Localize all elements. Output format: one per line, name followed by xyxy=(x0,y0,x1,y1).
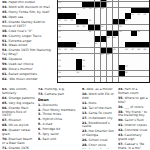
grid-cell[interactable] xyxy=(101,59,107,64)
cell-number: 37 xyxy=(58,36,61,38)
grid-cell-black xyxy=(119,71,125,76)
grid-cell[interactable] xyxy=(88,42,94,47)
grid-cell[interactable] xyxy=(125,59,131,64)
clue-item: 69. Quaker cereal grain xyxy=(2,129,36,137)
grid-cell[interactable] xyxy=(143,25,149,30)
grid-cell[interactable]: 38 xyxy=(107,36,113,41)
grid-cell[interactable] xyxy=(137,2,143,7)
grid-cell-black xyxy=(70,42,76,47)
grid-cell-black xyxy=(58,42,64,47)
grid-cell[interactable]: 43 xyxy=(64,48,70,53)
grid-cell[interactable] xyxy=(82,13,88,18)
grid-cell[interactable] xyxy=(107,42,113,47)
grid-cell[interactable] xyxy=(119,77,125,82)
grid-cell[interactable] xyxy=(113,13,119,18)
grid-cell[interactable] xyxy=(82,71,88,76)
grid-cell[interactable] xyxy=(143,31,149,36)
grid-cell[interactable] xyxy=(101,19,107,24)
grid-cell[interactable] xyxy=(64,36,70,41)
cell-number: 18 xyxy=(101,7,104,9)
grid-cell[interactable] xyxy=(70,77,76,82)
grid-cell[interactable] xyxy=(101,42,107,47)
grid-cell[interactable] xyxy=(88,59,94,64)
grid-cell[interactable] xyxy=(119,54,125,59)
grid-cell[interactable]: 31 xyxy=(101,25,107,30)
grid-cell[interactable]: 33 xyxy=(58,31,64,36)
grid-cell[interactable] xyxy=(113,42,119,47)
cell-number: 58 xyxy=(58,71,61,73)
grid-cell[interactable] xyxy=(131,54,137,59)
grid-cell[interactable] xyxy=(131,71,137,76)
clue-column-bottom-1: 63. '90s sitcom, familiarly64. Strange p… xyxy=(2,88,36,149)
grid-cell[interactable]: 30 xyxy=(82,25,88,30)
grid-cell[interactable]: 27 xyxy=(125,19,131,24)
grid-cell[interactable]: 50 xyxy=(58,54,64,59)
grid-cell[interactable] xyxy=(143,19,149,24)
cell-number: 27 xyxy=(125,19,128,21)
cell-number: 28 xyxy=(58,25,61,27)
grid-cell[interactable]: 58 xyxy=(58,71,64,76)
grid-cell[interactable] xyxy=(82,77,88,82)
grid-cell-black xyxy=(113,19,119,24)
grid-cell[interactable] xyxy=(95,71,101,76)
grid-cell-black xyxy=(64,42,70,47)
cell-number: 31 xyxy=(101,25,104,27)
grid-cell-black xyxy=(131,8,137,13)
cell-number: 43 xyxy=(64,48,67,50)
grid-cell[interactable] xyxy=(125,2,131,7)
cell-number: 22 xyxy=(144,13,147,15)
cell-number: 56 xyxy=(83,65,86,67)
cell-number: 34 xyxy=(89,30,92,32)
grid-cell-black xyxy=(58,13,64,18)
grid-cell[interactable]: 15 xyxy=(82,8,88,13)
grid-cell[interactable] xyxy=(113,25,119,30)
grid-cell[interactable]: 54 xyxy=(82,59,88,64)
clue-column-bottom-4: 34. Part of a Roman count35. Where to ge… xyxy=(118,88,149,149)
cell-number: 54 xyxy=(83,59,86,61)
clue-item: 8. Rain unit xyxy=(38,138,79,142)
grid-cell-black xyxy=(82,2,88,7)
grid-cell[interactable] xyxy=(113,71,119,76)
grid-cell[interactable] xyxy=(70,65,76,70)
grid-cell[interactable] xyxy=(95,19,101,24)
grid-cell[interactable] xyxy=(143,36,149,41)
grid-cell[interactable] xyxy=(82,42,88,47)
cell-number: 39 xyxy=(113,36,116,38)
grid-cell[interactable]: 19 xyxy=(76,13,82,18)
grid-cell-black xyxy=(143,8,149,13)
grid-cell-black xyxy=(137,8,143,13)
grid-cell[interactable] xyxy=(88,77,94,82)
clue-item: 62. '90s music wonder xyxy=(2,78,54,82)
grid-cell[interactable] xyxy=(125,36,131,41)
grid-cell-black xyxy=(101,2,107,7)
grid-cell[interactable] xyxy=(131,59,137,64)
grid-cell-black xyxy=(119,19,125,24)
cell-number: 17 xyxy=(95,7,98,9)
grid-cell[interactable] xyxy=(101,71,107,76)
clue-item: 38. "My friend," to the traveling boy xyxy=(118,111,149,119)
grid-cell-black xyxy=(76,59,82,64)
clue-column-bottom-3: 9. Able, as a mover10. Word with Elk or … xyxy=(82,88,115,149)
grid-cell[interactable]: 22 xyxy=(143,13,149,18)
cell-number: 32 xyxy=(119,25,122,27)
cell-number: 25 xyxy=(70,19,73,21)
grid-cell[interactable] xyxy=(64,59,70,64)
grid-cell[interactable]: 21 xyxy=(137,13,143,18)
clue-item: 35. Where to get a bite? xyxy=(118,97,149,105)
clue-item: 71. Grande 1976 picture based on a novel… xyxy=(2,147,36,149)
grid-cell[interactable]: 60 xyxy=(125,71,131,76)
down-clues-start: 1. Discounts2. Four Monty members3. Thro… xyxy=(38,104,79,143)
grid-cell-black xyxy=(125,42,131,47)
grid-cell[interactable]: 46 xyxy=(125,48,131,53)
clue-item: 34. Part of a Roman count xyxy=(118,88,149,96)
grid-cell[interactable] xyxy=(70,2,76,7)
cell-number: 49 xyxy=(144,48,147,50)
grid-cell[interactable] xyxy=(131,77,137,82)
grid-cell[interactable] xyxy=(113,77,119,82)
grid-cell[interactable] xyxy=(131,36,137,41)
grid-cell[interactable]: 57 xyxy=(125,65,131,70)
grid-cell-black xyxy=(95,36,101,41)
clue-item: 21. Bloodhound's castle xyxy=(82,122,115,130)
cell-number: 30 xyxy=(83,25,86,27)
grid-cell[interactable] xyxy=(131,65,137,70)
cell-number: 35 xyxy=(119,30,122,32)
grid-cell[interactable] xyxy=(76,8,82,13)
grid-cell[interactable] xyxy=(64,54,70,59)
grid-cell[interactable] xyxy=(101,77,107,82)
grid-cell[interactable]: 16 xyxy=(88,8,94,13)
grid-cell[interactable]: 37 xyxy=(58,36,64,41)
grid-cell[interactable] xyxy=(107,19,113,24)
grid-cell[interactable] xyxy=(143,54,149,59)
grid-cell[interactable] xyxy=(76,31,82,36)
clue-column-bottom-2: 72. Hunting, e.g.73. Camera part Down 1.… xyxy=(38,88,79,149)
grid-cell[interactable] xyxy=(107,13,113,18)
cell-number: 12 xyxy=(58,1,61,3)
grid-cell[interactable] xyxy=(107,8,113,13)
cell-number: 57 xyxy=(125,65,128,67)
cell-number: 20 xyxy=(131,13,134,15)
grid-cell-black xyxy=(70,13,76,18)
grid-cell[interactable] xyxy=(107,25,113,30)
grid-cell[interactable] xyxy=(125,8,131,13)
cell-number: 55 xyxy=(58,65,61,67)
grid-cell[interactable] xyxy=(64,31,70,36)
clue-item: 70. Brazilian beach or a Bear Gato xyxy=(2,138,36,146)
grid-cell[interactable] xyxy=(113,8,119,13)
grid-cell-black xyxy=(64,13,70,18)
grid-cell[interactable] xyxy=(125,77,131,82)
grid-cell[interactable] xyxy=(76,54,82,59)
grid-cell[interactable] xyxy=(101,13,107,18)
grid-cell[interactable] xyxy=(82,31,88,36)
grid-cell-black xyxy=(131,42,137,47)
cell-number: 15 xyxy=(83,7,86,9)
cell-number: 46 xyxy=(125,48,128,50)
grid-cell[interactable] xyxy=(143,65,149,70)
grid-cell[interactable] xyxy=(95,65,101,70)
cell-number: 14 xyxy=(58,7,61,9)
grid-cell[interactable] xyxy=(137,54,143,59)
grid-cell[interactable] xyxy=(95,59,101,64)
grid-cell[interactable] xyxy=(70,8,76,13)
grid-cell[interactable]: 12 xyxy=(58,2,64,7)
grid-cell[interactable] xyxy=(64,71,70,76)
grid-cell[interactable]: 34 xyxy=(88,31,94,36)
cell-number: 29 xyxy=(76,25,79,27)
grid-cell[interactable] xyxy=(137,59,143,64)
cell-number: 53 xyxy=(58,59,61,61)
grid-cell[interactable] xyxy=(107,65,113,70)
clue-item: 63. '90s sitcom, familiarly xyxy=(2,88,36,96)
grid-cell[interactable] xyxy=(64,2,70,7)
grid-cell[interactable] xyxy=(76,2,82,7)
grid-cell[interactable]: 29 xyxy=(76,25,82,30)
cell-number: 60 xyxy=(125,71,128,73)
grid-cell[interactable]: 32 xyxy=(119,25,125,30)
grid-cell[interactable] xyxy=(88,48,94,53)
grid-cell-black xyxy=(82,19,88,24)
grid-cell[interactable]: 45 xyxy=(113,48,119,53)
grid-cell-black xyxy=(113,31,119,36)
grid-cell-black xyxy=(107,48,113,53)
grid-cell[interactable]: 36 xyxy=(137,31,143,36)
grid-cell[interactable]: 18 xyxy=(101,8,107,13)
clue-item: 43. Cautionary grand sign xyxy=(118,134,149,142)
grid-cell-black xyxy=(119,65,125,70)
grid-cell[interactable]: 13 xyxy=(107,2,113,7)
grid-cell[interactable] xyxy=(64,65,70,70)
grid-cell[interactable]: 35 xyxy=(119,31,125,36)
grid-cell[interactable]: 14 xyxy=(58,8,64,13)
grid-cell-black xyxy=(137,42,143,47)
grid-cell[interactable]: 44 xyxy=(70,48,76,53)
grid-cell[interactable]: 24 xyxy=(64,19,70,24)
grid-cell[interactable] xyxy=(76,48,82,53)
grid-cell[interactable] xyxy=(82,54,88,59)
grid-cell[interactable] xyxy=(143,77,149,82)
grid-cell[interactable] xyxy=(88,13,94,18)
grid-cell[interactable]: 28 xyxy=(58,25,64,30)
cell-number: 36 xyxy=(137,30,140,32)
cell-number: 44 xyxy=(70,48,73,50)
crossword-puzzle-page: { "game": "crossword", "position": { "ro… xyxy=(0,0,150,150)
grid-cell[interactable]: 53 xyxy=(58,59,64,64)
cell-number: 42 xyxy=(58,48,61,50)
grid-cell[interactable]: 59 xyxy=(76,71,82,76)
grid-cell[interactable] xyxy=(131,25,137,30)
grid-cell[interactable] xyxy=(64,25,70,30)
grid-cell[interactable] xyxy=(107,59,113,64)
grid-cell[interactable] xyxy=(137,19,143,24)
grid-cell[interactable] xyxy=(113,59,119,64)
grid-cell[interactable] xyxy=(125,25,131,30)
grid-cell[interactable] xyxy=(113,65,119,70)
grid-cell[interactable]: 48 xyxy=(137,48,143,53)
clue-column-top-left: 40. Paper-mill output44. Word with disco… xyxy=(2,1,54,85)
grid-cell[interactable] xyxy=(82,36,88,41)
grid-cell[interactable]: 20 xyxy=(131,13,137,18)
grid-cell[interactable] xyxy=(119,42,125,47)
cell-number: 52 xyxy=(107,53,110,55)
grid-cell[interactable] xyxy=(88,71,94,76)
grid-cell[interactable] xyxy=(137,36,143,41)
grid-cell[interactable] xyxy=(76,77,82,82)
grid-cell[interactable] xyxy=(143,71,149,76)
grid-cell[interactable] xyxy=(119,8,125,13)
grid-cell[interactable] xyxy=(125,31,131,36)
grid-cell[interactable] xyxy=(70,54,76,59)
across-clues-tail: 72. Hunting, e.g.73. Camera part xyxy=(38,88,79,97)
grid-cell[interactable] xyxy=(95,13,101,18)
grid-cell[interactable]: 25 xyxy=(70,19,76,24)
clue-item: 47. Grande Stanley Kubrick movie of 1957… xyxy=(2,21,54,29)
grid-cell[interactable] xyxy=(70,25,76,30)
clue-item: 47. Caesar's "Be there, in a mo" xyxy=(118,143,149,149)
grid-cell[interactable] xyxy=(131,2,137,7)
grid-cell[interactable]: 47 xyxy=(131,48,137,53)
grid-cell[interactable]: 39 xyxy=(113,36,119,41)
grid-cell-black xyxy=(76,65,82,70)
cell-number: 51 xyxy=(101,53,104,55)
cell-number: 41 xyxy=(95,42,98,44)
grid-cell[interactable] xyxy=(125,54,131,59)
grid-cell-black xyxy=(101,36,107,41)
grid-cell[interactable] xyxy=(137,77,143,82)
grid-cell[interactable]: 56 xyxy=(82,65,88,70)
grid-cell-black xyxy=(125,13,131,18)
grid-cell[interactable]: 26 xyxy=(88,19,94,24)
grid-cell[interactable]: 61 xyxy=(58,77,64,82)
cell-number: 23 xyxy=(58,19,61,21)
cell-number: 13 xyxy=(107,1,110,3)
grid-cell[interactable] xyxy=(107,77,113,82)
cell-number: 38 xyxy=(107,36,110,38)
grid-cell[interactable] xyxy=(101,65,107,70)
grid-cell-black xyxy=(131,31,137,36)
cell-number: 48 xyxy=(137,48,140,50)
grid-cell[interactable] xyxy=(88,54,94,59)
grid-cell[interactable] xyxy=(70,71,76,76)
grid-cell[interactable]: 23 xyxy=(58,19,64,24)
crossword-grid: 1234567891011121314151617181920212223242… xyxy=(57,0,150,83)
clue-item: 23. the Smarter Son of Georgia xyxy=(82,130,115,138)
grid-cell[interactable] xyxy=(107,71,113,76)
grid-cell[interactable] xyxy=(137,71,143,76)
grid-cell[interactable] xyxy=(88,36,94,41)
grid-cell[interactable] xyxy=(119,59,125,64)
clue-item: 10. Word with Elk or Odd xyxy=(82,93,115,101)
grid-cell[interactable] xyxy=(143,2,149,7)
grid-cell[interactable] xyxy=(137,25,143,30)
grid-cell-black xyxy=(76,19,82,24)
grid-cell[interactable]: 55 xyxy=(58,65,64,70)
grid-cell[interactable] xyxy=(119,36,125,41)
grid-cell[interactable] xyxy=(101,31,107,36)
cell-number: 45 xyxy=(113,48,116,50)
grid-cell-black xyxy=(95,25,101,30)
grid-cell-black xyxy=(88,2,94,7)
grid-cell[interactable]: 51 xyxy=(101,54,107,59)
grid-cell[interactable] xyxy=(70,36,76,41)
grid-cell[interactable]: 52 xyxy=(107,54,113,59)
grid-cell[interactable] xyxy=(64,8,70,13)
clue-item: 73. Camera part xyxy=(38,93,79,97)
grid-cell[interactable] xyxy=(95,77,101,82)
grid-cell[interactable] xyxy=(70,31,76,36)
cell-number: 26 xyxy=(89,19,92,21)
cell-number: 19 xyxy=(76,13,79,15)
grid-cell[interactable] xyxy=(82,48,88,53)
clue-item: 54. Grande 1933 film featuring Fay Wray? xyxy=(2,49,54,57)
cell-number: 50 xyxy=(58,53,61,55)
grid-cell[interactable]: 42 xyxy=(58,48,64,53)
grid-cell[interactable] xyxy=(119,2,125,7)
grid-cell-black xyxy=(143,42,149,47)
grid-cell[interactable] xyxy=(119,48,125,53)
cell-number: 59 xyxy=(76,71,79,73)
cell-number: 33 xyxy=(58,30,61,32)
clue-item: 66. Grande Marx brothers flick of 1933? xyxy=(2,107,36,119)
grid-cell[interactable] xyxy=(119,13,125,18)
grid-cell[interactable]: 49 xyxy=(143,48,149,53)
grid-cell[interactable] xyxy=(113,2,119,7)
cell-number: 21 xyxy=(137,13,140,15)
grid-cell[interactable] xyxy=(131,19,137,24)
cell-number: 47 xyxy=(131,48,134,50)
grid-cell[interactable]: 40 xyxy=(76,42,82,47)
grid-cell[interactable] xyxy=(88,65,94,70)
cell-number: 16 xyxy=(89,7,92,9)
grid-cell-black xyxy=(95,2,101,7)
cell-number: 40 xyxy=(76,42,79,44)
grid-cell-black xyxy=(88,25,94,30)
grid-cell[interactable] xyxy=(95,48,101,53)
grid-cell[interactable] xyxy=(70,59,76,64)
cell-number: 24 xyxy=(64,19,67,21)
grid-cell[interactable] xyxy=(95,31,101,36)
grid-cell[interactable] xyxy=(64,77,70,82)
grid-cell[interactable] xyxy=(143,59,149,64)
cell-number: 61 xyxy=(58,76,61,78)
grid-cell[interactable] xyxy=(137,65,143,70)
grid-cell-black xyxy=(107,31,113,36)
grid-cell[interactable] xyxy=(95,54,101,59)
grid-cell[interactable]: 41 xyxy=(95,42,101,47)
grid-cell[interactable] xyxy=(113,54,119,59)
grid-cell[interactable] xyxy=(76,36,82,41)
grid-cell-black xyxy=(101,48,107,53)
grid-cell[interactable]: 17 xyxy=(95,8,101,13)
